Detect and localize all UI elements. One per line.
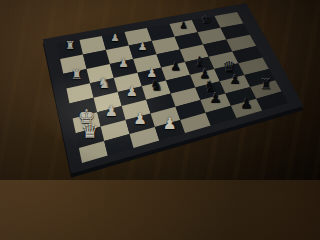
piece-white-pawn-h4[interactable]: ♟ [163,117,177,133]
piece-white-pawn-e3[interactable]: ♟ [126,85,138,99]
piece-white-pawn-g3[interactable]: ♟ [133,111,147,126]
piece-black-rook-g8[interactable]: ♜ [260,78,272,92]
piece-black-pawn-g6[interactable]: ♟ [209,92,221,106]
piece-black-pawn-f7[interactable]: ♟ [229,74,240,87]
piece-black-pawn-a6[interactable]: ♟ [179,21,187,30]
piece-white-rook-c1[interactable]: ♜ [71,68,83,81]
piece-black-pawn-d5[interactable]: ♟ [170,61,181,73]
piece-white-knight-d2[interactable]: ♞ [97,76,110,90]
piece-white-pawn-f2[interactable]: ♟ [105,104,118,119]
piece-white-rook-a1[interactable]: ♜ [65,40,75,51]
piece-white-queen-g1[interactable]: ♛ [81,121,99,141]
piece-black-knight-e4[interactable]: ♞ [150,78,163,92]
piece-white-pawn-a3[interactable]: ♟ [111,33,120,43]
piece-white-pawn-c3[interactable]: ♟ [118,59,128,71]
chess-scene: ♚♟♟♜♟♝♟♟♛♟♟♜♟♞♜♞♞♟♟♟♟♚♟♟♛ [0,0,320,180]
piece-black-pawn-h7[interactable]: ♟ [240,97,253,111]
piece-white-pawn-b4[interactable]: ♟ [138,41,148,52]
piece-black-king-a7[interactable]: ♚ [201,14,211,26]
